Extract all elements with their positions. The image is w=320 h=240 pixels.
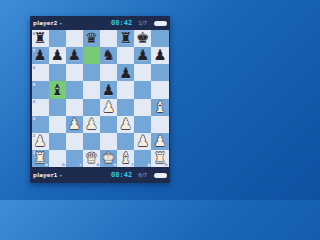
rank-label: 4 [33,99,36,104]
black-pawn[interactable]: ♟ [136,48,149,63]
white-pawn[interactable]: ♟ [85,117,98,132]
square-h7[interactable]: ♟ [151,47,168,64]
black-pawn[interactable]: ♟ [51,48,64,63]
board-area: 8♜♛♜♚7♟♟♟♞♟♟6♟5♝♟4♟♝3♟♟♟2♟♟♟1a♜bcd♛e♚f♝g… [30,30,170,167]
black-pawn[interactable]: ♟ [153,48,166,63]
square-f1[interactable]: f♝ [117,150,134,167]
black-bishop[interactable]: ♝ [51,83,64,98]
square-b8[interactable] [49,30,66,47]
square-c3[interactable]: ♟ [66,116,83,133]
file-label: e [113,162,116,167]
square-c1[interactable]: c [66,150,83,167]
square-a5[interactable]: 5 [32,81,49,98]
square-b2[interactable] [49,133,66,150]
rank-label: 5 [33,82,36,87]
square-a6[interactable]: 6 [32,64,49,81]
square-f5[interactable] [117,81,134,98]
square-a3[interactable]: 3 [32,116,49,133]
square-g4[interactable] [134,99,151,116]
square-c8[interactable] [66,30,83,47]
square-g3[interactable] [134,116,151,133]
rank-label: 8 [33,31,36,36]
square-b4[interactable] [49,99,66,116]
rank-label: 6 [33,65,36,70]
player-name[interactable]: player1 [33,172,58,178]
black-rook[interactable]: ♜ [34,31,47,46]
square-a2[interactable]: 2♟ [32,133,49,150]
square-d8[interactable]: ♛ [83,30,100,47]
file-label: h [165,162,168,167]
black-queen[interactable]: ♛ [85,31,98,46]
chess-app-window: player2 ▾ 08:42 1/7 8♜♛♜♚7♟♟♟♞♟♟6♟5♝♟4♟♝… [30,16,170,183]
square-g8[interactable]: ♚ [134,30,151,47]
white-pawn[interactable]: ♟ [119,117,132,132]
square-b1[interactable]: b [49,150,66,167]
square-e1[interactable]: e♚ [100,150,117,167]
black-pawn[interactable]: ♟ [102,83,115,98]
square-h6[interactable] [151,64,168,81]
square-f7[interactable] [117,47,134,64]
white-bishop[interactable]: ♝ [119,151,132,166]
player-bar: player1 ▾ 08:42 6/7 [30,167,170,183]
square-h2[interactable]: ♟ [151,133,168,150]
file-label: b [62,162,65,167]
square-b6[interactable] [49,64,66,81]
chess-board: 8♜♛♜♚7♟♟♟♞♟♟6♟5♝♟4♟♝3♟♟♟2♟♟♟1a♜bcd♛e♚f♝g… [32,30,169,167]
square-c5[interactable] [66,81,83,98]
file-label: f [132,162,134,167]
square-c2[interactable] [66,133,83,150]
rank-label: 2 [33,133,36,138]
opponent-clock: 08:42 [111,19,132,27]
square-b5[interactable]: ♝ [49,81,66,98]
player-score: 6/7 [138,172,147,178]
white-pawn[interactable]: ♟ [34,134,47,149]
square-h3[interactable] [151,116,168,133]
square-e8[interactable] [100,30,117,47]
square-c6[interactable] [66,64,83,81]
rank-label: 1 [33,150,36,155]
square-d3[interactable]: ♟ [83,116,100,133]
square-e4[interactable]: ♟ [100,99,117,116]
square-a4[interactable]: 4 [32,99,49,116]
black-rook[interactable]: ♜ [119,31,132,46]
black-pawn[interactable]: ♟ [119,66,132,81]
black-pawn[interactable]: ♟ [34,48,47,63]
square-a8[interactable]: 8♜ [32,30,49,47]
square-d1[interactable]: d♛ [83,150,100,167]
square-e6[interactable] [100,64,117,81]
square-f2[interactable] [117,133,134,150]
white-pawn[interactable]: ♟ [102,100,115,115]
square-e2[interactable] [100,133,117,150]
square-d2[interactable] [83,133,100,150]
square-g6[interactable] [134,64,151,81]
white-pawn[interactable]: ♟ [68,117,81,132]
rank-label: 3 [33,116,36,121]
square-e3[interactable] [100,116,117,133]
file-label: c [80,162,82,167]
file-label: d [96,162,99,167]
square-g2[interactable]: ♟ [134,133,151,150]
rank-label: 7 [33,48,36,53]
opponent-score: 1/7 [138,20,147,26]
square-g7[interactable]: ♟ [134,47,151,64]
opponent-bar: player2 ▾ 08:42 1/7 [30,16,170,30]
black-knight[interactable]: ♞ [102,48,115,63]
square-e7[interactable]: ♞ [100,47,117,64]
square-d7[interactable] [83,47,100,64]
square-c4[interactable] [66,99,83,116]
square-f6[interactable]: ♟ [117,64,134,81]
white-bishop[interactable]: ♝ [153,100,166,115]
square-g1[interactable]: g [134,150,151,167]
player-clock: 08:42 [111,171,132,179]
square-f4[interactable] [117,99,134,116]
square-b3[interactable] [49,116,66,133]
menu-button[interactable] [154,21,167,26]
square-a1[interactable]: 1a♜ [32,150,49,167]
square-b7[interactable]: ♟ [49,47,66,64]
square-h1[interactable]: h♜ [151,150,168,167]
square-f8[interactable]: ♜ [117,30,134,47]
square-g5[interactable] [134,81,151,98]
chevron-down-icon: ▾ [60,21,62,26]
file-label: a [45,162,48,167]
square-e5[interactable]: ♟ [100,81,117,98]
file-label: g [148,162,151,167]
menu-button[interactable] [154,173,167,178]
square-h8[interactable] [151,30,168,47]
square-d6[interactable] [83,64,100,81]
square-c7[interactable]: ♟ [66,47,83,64]
square-d5[interactable] [83,81,100,98]
square-f3[interactable]: ♟ [117,116,134,133]
white-pawn[interactable]: ♟ [136,134,149,149]
square-d4[interactable] [83,99,100,116]
square-h5[interactable] [151,81,168,98]
black-king[interactable]: ♚ [136,31,149,46]
square-a7[interactable]: 7♟ [32,47,49,64]
opponent-name[interactable]: player2 [33,20,58,26]
square-h4[interactable]: ♝ [151,99,168,116]
white-pawn[interactable]: ♟ [153,134,166,149]
chevron-down-icon: ▾ [60,173,62,178]
black-pawn[interactable]: ♟ [68,48,81,63]
